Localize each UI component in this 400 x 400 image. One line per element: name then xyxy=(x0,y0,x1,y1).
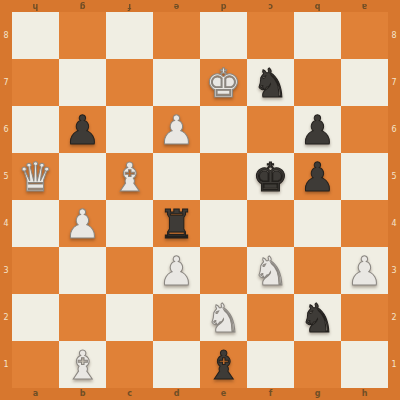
square-b4[interactable]: ♟ xyxy=(59,200,106,247)
top-file-label-h: h xyxy=(12,0,59,12)
coordinates-bottom: abcdefgh xyxy=(12,388,388,400)
board: ♚♞♟♟♟♛♝♚♟♟♜♟♞♟♞♞♝♝ xyxy=(12,12,388,388)
top-file-label-g: g xyxy=(59,0,106,12)
top-file-label-c: c xyxy=(247,0,294,12)
square-d6[interactable]: ♟ xyxy=(153,106,200,153)
square-f5[interactable]: ♚ xyxy=(247,153,294,200)
square-h8[interactable] xyxy=(341,12,388,59)
top-file-label-f: f xyxy=(106,0,153,12)
right-rank-label-3: 3 xyxy=(388,247,400,294)
bottom-file-label-a: a xyxy=(12,388,59,400)
square-d3[interactable]: ♟ xyxy=(153,247,200,294)
bottom-file-label-f: f xyxy=(247,388,294,400)
square-d5[interactable] xyxy=(153,153,200,200)
left-rank-label-2: 2 xyxy=(0,294,12,341)
square-c7[interactable] xyxy=(106,59,153,106)
square-g6[interactable]: ♟ xyxy=(294,106,341,153)
square-e8[interactable] xyxy=(200,12,247,59)
square-a3[interactable] xyxy=(12,247,59,294)
square-e7[interactable]: ♚ xyxy=(200,59,247,106)
square-d8[interactable] xyxy=(153,12,200,59)
right-rank-label-4: 4 xyxy=(388,200,400,247)
square-g8[interactable] xyxy=(294,12,341,59)
square-a7[interactable] xyxy=(12,59,59,106)
white-bishop-b1[interactable]: ♝ xyxy=(59,341,106,388)
right-rank-label-5: 5 xyxy=(388,153,400,200)
top-file-label-a: a xyxy=(341,0,388,12)
square-b6[interactable]: ♟ xyxy=(59,106,106,153)
white-pawn-d3[interactable]: ♟ xyxy=(153,247,200,294)
square-e5[interactable] xyxy=(200,153,247,200)
square-d1[interactable] xyxy=(153,341,200,388)
black-pawn-b6[interactable]: ♟ xyxy=(59,106,106,153)
black-king-f5[interactable]: ♚ xyxy=(247,153,294,200)
square-a6[interactable] xyxy=(12,106,59,153)
white-pawn-b4[interactable]: ♟ xyxy=(59,200,106,247)
square-b1[interactable]: ♝ xyxy=(59,341,106,388)
square-e3[interactable] xyxy=(200,247,247,294)
square-b2[interactable] xyxy=(59,294,106,341)
square-g1[interactable] xyxy=(294,341,341,388)
bottom-file-label-e: e xyxy=(200,388,247,400)
square-a1[interactable] xyxy=(12,341,59,388)
square-g2[interactable]: ♞ xyxy=(294,294,341,341)
square-d7[interactable] xyxy=(153,59,200,106)
square-f1[interactable] xyxy=(247,341,294,388)
square-f3[interactable]: ♞ xyxy=(247,247,294,294)
right-rank-label-2: 2 xyxy=(388,294,400,341)
square-h2[interactable] xyxy=(341,294,388,341)
square-f8[interactable] xyxy=(247,12,294,59)
top-file-label-b: b xyxy=(294,0,341,12)
square-e1[interactable]: ♝ xyxy=(200,341,247,388)
square-e6[interactable] xyxy=(200,106,247,153)
left-rank-label-1: 1 xyxy=(0,341,12,388)
top-file-label-d: d xyxy=(200,0,247,12)
black-bishop-e1[interactable]: ♝ xyxy=(200,341,247,388)
right-rank-label-6: 6 xyxy=(388,106,400,153)
black-pawn-g6[interactable]: ♟ xyxy=(294,106,341,153)
square-a5[interactable]: ♛ xyxy=(12,153,59,200)
right-rank-label-7: 7 xyxy=(388,59,400,106)
square-b8[interactable] xyxy=(59,12,106,59)
chess-board-window: hgfedcba 87654321 87654321 abcdefgh ♚♞♟♟… xyxy=(0,0,400,400)
square-c8[interactable] xyxy=(106,12,153,59)
white-bishop-c5[interactable]: ♝ xyxy=(106,153,153,200)
black-rook-d4[interactable]: ♜ xyxy=(153,200,200,247)
square-f7[interactable]: ♞ xyxy=(247,59,294,106)
square-g4[interactable] xyxy=(294,200,341,247)
square-h3[interactable]: ♟ xyxy=(341,247,388,294)
square-f6[interactable] xyxy=(247,106,294,153)
square-f2[interactable] xyxy=(247,294,294,341)
square-c4[interactable] xyxy=(106,200,153,247)
square-h4[interactable] xyxy=(341,200,388,247)
bottom-file-label-b: b xyxy=(59,388,106,400)
square-b5[interactable] xyxy=(59,153,106,200)
square-h1[interactable] xyxy=(341,341,388,388)
bottom-file-label-h: h xyxy=(341,388,388,400)
left-rank-label-5: 5 xyxy=(0,153,12,200)
white-knight-e2[interactable]: ♞ xyxy=(200,294,247,341)
white-knight-f3[interactable]: ♞ xyxy=(247,247,294,294)
bottom-file-label-g: g xyxy=(294,388,341,400)
coordinates-left: 87654321 xyxy=(0,12,12,388)
square-a8[interactable] xyxy=(12,12,59,59)
left-rank-label-3: 3 xyxy=(0,247,12,294)
black-pawn-g5[interactable]: ♟ xyxy=(294,153,341,200)
square-g3[interactable] xyxy=(294,247,341,294)
black-knight-f7[interactable]: ♞ xyxy=(247,59,294,106)
coordinates-right: 87654321 xyxy=(388,12,400,388)
white-pawn-d6[interactable]: ♟ xyxy=(153,106,200,153)
black-knight-g2[interactable]: ♞ xyxy=(294,294,341,341)
square-g7[interactable] xyxy=(294,59,341,106)
white-queen-a5[interactable]: ♛ xyxy=(12,153,59,200)
right-rank-label-1: 1 xyxy=(388,341,400,388)
square-c2[interactable] xyxy=(106,294,153,341)
square-c5[interactable]: ♝ xyxy=(106,153,153,200)
square-h5[interactable] xyxy=(341,153,388,200)
left-rank-label-6: 6 xyxy=(0,106,12,153)
white-pawn-h3[interactable]: ♟ xyxy=(341,247,388,294)
square-c3[interactable] xyxy=(106,247,153,294)
square-d2[interactable] xyxy=(153,294,200,341)
white-king-e7[interactable]: ♚ xyxy=(200,59,247,106)
square-a2[interactable] xyxy=(12,294,59,341)
bottom-file-label-d: d xyxy=(153,388,200,400)
square-b7[interactable] xyxy=(59,59,106,106)
square-a4[interactable] xyxy=(12,200,59,247)
left-rank-label-7: 7 xyxy=(0,59,12,106)
right-rank-label-8: 8 xyxy=(388,12,400,59)
top-file-label-e: e xyxy=(153,0,200,12)
square-b3[interactable] xyxy=(59,247,106,294)
square-e4[interactable] xyxy=(200,200,247,247)
square-h6[interactable] xyxy=(341,106,388,153)
left-rank-label-8: 8 xyxy=(0,12,12,59)
square-e2[interactable]: ♞ xyxy=(200,294,247,341)
square-c6[interactable] xyxy=(106,106,153,153)
square-g5[interactable]: ♟ xyxy=(294,153,341,200)
square-f4[interactable] xyxy=(247,200,294,247)
coordinates-top: hgfedcba xyxy=(12,0,388,12)
left-rank-label-4: 4 xyxy=(0,200,12,247)
bottom-file-label-c: c xyxy=(106,388,153,400)
square-c1[interactable] xyxy=(106,341,153,388)
square-d4[interactable]: ♜ xyxy=(153,200,200,247)
square-h7[interactable] xyxy=(341,59,388,106)
